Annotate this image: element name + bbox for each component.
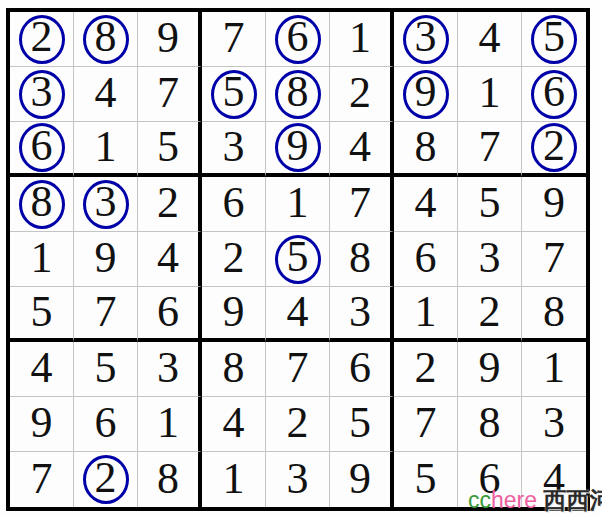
cell-r6c7[interactable]: 1 — [394, 287, 458, 342]
circled-digit: 9 — [403, 70, 449, 119]
digit: 3 — [157, 346, 179, 392]
cell-r5c9[interactable]: 7 — [522, 232, 586, 287]
digit: 7 — [287, 346, 309, 392]
digit: 6 — [95, 401, 117, 447]
digit: 7 — [31, 457, 53, 503]
digit: 7 — [223, 16, 245, 62]
digit: 7 — [543, 236, 565, 282]
cell-r5c1[interactable]: 1 — [10, 232, 74, 287]
cell-r2c4[interactable]: 5 — [202, 67, 266, 122]
cell-r1c7[interactable]: 3 — [394, 12, 458, 67]
digit: 2 — [287, 401, 309, 447]
watermark-cjk: 西西河 — [537, 487, 602, 513]
digit: 7 — [157, 71, 179, 117]
digit: 4 — [349, 125, 371, 171]
watermark-here: here — [491, 487, 537, 513]
cell-r1c2[interactable]: 8 — [74, 12, 138, 67]
cell-r4c9[interactable]: 9 — [522, 177, 586, 232]
cell-r3c5[interactable]: 9 — [266, 122, 330, 177]
digit: 4 — [31, 346, 53, 392]
digit: 1 — [223, 457, 245, 503]
digit: 6 — [157, 290, 179, 336]
digit: 2 — [157, 181, 179, 227]
circled-digit: 3 — [19, 70, 65, 119]
digit: 4 — [95, 71, 117, 117]
watermark-cc: cc — [468, 487, 491, 513]
digit: 2 — [479, 290, 501, 336]
cell-r4c4[interactable]: 6 — [202, 177, 266, 232]
digit: 7 — [479, 125, 501, 171]
sudoku-board: 2897613453475829166153948728326174591942… — [6, 8, 590, 511]
cell-r5c5[interactable]: 5 — [266, 232, 330, 287]
digit: 9 — [349, 457, 371, 503]
cell-r1c1[interactable]: 2 — [10, 12, 74, 67]
digit: 3 — [543, 401, 565, 447]
circled-digit: 2 — [83, 455, 129, 504]
digit: 1 — [157, 401, 179, 447]
cell-r5c4[interactable]: 2 — [202, 232, 266, 287]
digit: 3 — [479, 236, 501, 282]
cell-r8c5[interactable]: 2 — [266, 397, 330, 452]
digit: 5 — [479, 181, 501, 227]
digit: 9 — [479, 346, 501, 392]
digit: 6 — [223, 181, 245, 227]
circled-digit: 5 — [531, 15, 577, 64]
cell-r8c7[interactable]: 7 — [394, 397, 458, 452]
cell-r1c8[interactable]: 4 — [458, 12, 522, 67]
cell-r2c1[interactable]: 3 — [10, 67, 74, 122]
digit: 8 — [349, 236, 371, 282]
cell-r3c7[interactable]: 8 — [394, 122, 458, 177]
circled-digit: 9 — [275, 123, 321, 172]
digit: 8 — [415, 125, 437, 171]
cell-r6c5[interactable]: 4 — [266, 287, 330, 342]
cell-r8c1[interactable]: 9 — [10, 397, 74, 452]
cell-r3c9[interactable]: 2 — [522, 122, 586, 177]
digit: 4 — [479, 16, 501, 62]
cell-r5c6[interactable]: 8 — [330, 232, 394, 287]
cell-r8c4[interactable]: 4 — [202, 397, 266, 452]
cell-r7c3[interactable]: 3 — [138, 342, 202, 397]
circled-digit: 6 — [19, 123, 65, 172]
cell-r7c8[interactable]: 9 — [458, 342, 522, 397]
digit: 5 — [415, 457, 437, 503]
digit: 4 — [157, 236, 179, 282]
digit: 9 — [95, 236, 117, 282]
cell-r7c5[interactable]: 7 — [266, 342, 330, 397]
cell-r1c9[interactable]: 5 — [522, 12, 586, 67]
circled-digit: 5 — [211, 70, 257, 119]
cell-r6c3[interactable]: 6 — [138, 287, 202, 342]
cell-r7c2[interactable]: 5 — [74, 342, 138, 397]
cell-r6c1[interactable]: 5 — [10, 287, 74, 342]
digit: 9 — [543, 181, 565, 227]
cell-r9c5[interactable]: 3 — [266, 452, 330, 507]
cell-r2c2[interactable]: 4 — [74, 67, 138, 122]
cell-r3c4[interactable]: 3 — [202, 122, 266, 177]
digit: 4 — [223, 401, 245, 447]
cell-r8c8[interactable]: 8 — [458, 397, 522, 452]
cell-r7c1[interactable]: 4 — [10, 342, 74, 397]
digit: 1 — [479, 71, 501, 117]
circled-digit: 5 — [275, 235, 321, 284]
cell-r3c8[interactable]: 7 — [458, 122, 522, 177]
digit: 1 — [287, 181, 309, 227]
circled-digit: 3 — [403, 15, 449, 64]
cell-r1c4[interactable]: 7 — [202, 12, 266, 67]
cell-r2c5[interactable]: 8 — [266, 67, 330, 122]
digit: 9 — [223, 290, 245, 336]
circled-digit: 8 — [83, 15, 129, 64]
cell-r4c7[interactable]: 4 — [394, 177, 458, 232]
digit: 2 — [349, 71, 371, 117]
cell-r9c1[interactable]: 7 — [10, 452, 74, 507]
cell-r8c9[interactable]: 3 — [522, 397, 586, 452]
cell-r7c6[interactable]: 6 — [330, 342, 394, 397]
cell-r2c7[interactable]: 9 — [394, 67, 458, 122]
cell-r4c6[interactable]: 7 — [330, 177, 394, 232]
cell-r1c3[interactable]: 9 — [138, 12, 202, 67]
digit: 8 — [157, 457, 179, 503]
digit: 1 — [543, 346, 565, 392]
cell-r9c2[interactable]: 2 — [74, 452, 138, 507]
digit: 6 — [415, 236, 437, 282]
digit: 2 — [415, 346, 437, 392]
cell-r6c9[interactable]: 8 — [522, 287, 586, 342]
circled-digit: 8 — [19, 180, 65, 229]
circled-digit: 6 — [531, 70, 577, 119]
digit: 8 — [479, 401, 501, 447]
digit: 7 — [95, 290, 117, 336]
digit: 1 — [31, 236, 53, 282]
cell-r5c2[interactable]: 9 — [74, 232, 138, 287]
cell-r7c7[interactable]: 2 — [394, 342, 458, 397]
cell-r7c4[interactable]: 8 — [202, 342, 266, 397]
cell-r4c5[interactable]: 1 — [266, 177, 330, 232]
cell-r2c9[interactable]: 6 — [522, 67, 586, 122]
cell-r6c4[interactable]: 9 — [202, 287, 266, 342]
cell-r3c2[interactable]: 1 — [74, 122, 138, 177]
digit: 9 — [31, 401, 53, 447]
cell-r5c7[interactable]: 6 — [394, 232, 458, 287]
cell-r4c8[interactable]: 5 — [458, 177, 522, 232]
cell-r9c3[interactable]: 8 — [138, 452, 202, 507]
cell-r3c6[interactable]: 4 — [330, 122, 394, 177]
cell-r8c2[interactable]: 6 — [74, 397, 138, 452]
circled-digit: 8 — [275, 70, 321, 119]
digit: 3 — [349, 290, 371, 336]
watermark: cchere 西西河 — [468, 488, 602, 513]
sudoku-page: 2897613453475829166153948728326174591942… — [0, 0, 602, 517]
circled-digit: 2 — [19, 15, 65, 64]
cell-r3c1[interactable]: 6 — [10, 122, 74, 177]
cell-r9c6[interactable]: 9 — [330, 452, 394, 507]
digit: 1 — [95, 125, 117, 171]
cell-r6c8[interactable]: 2 — [458, 287, 522, 342]
circled-digit: 3 — [83, 180, 129, 229]
cell-r2c6[interactable]: 2 — [330, 67, 394, 122]
digit: 9 — [157, 16, 179, 62]
digit: 8 — [543, 290, 565, 336]
digit: 5 — [31, 290, 53, 336]
digit: 6 — [349, 346, 371, 392]
digit: 8 — [223, 346, 245, 392]
cell-r1c6[interactable]: 1 — [330, 12, 394, 67]
digit: 1 — [415, 290, 437, 336]
cell-r8c3[interactable]: 1 — [138, 397, 202, 452]
digit: 5 — [349, 401, 371, 447]
digit: 7 — [415, 401, 437, 447]
circled-digit: 2 — [531, 123, 577, 172]
digit: 4 — [287, 290, 309, 336]
digit: 3 — [287, 457, 309, 503]
digit: 4 — [415, 181, 437, 227]
cell-r1c5[interactable]: 6 — [266, 12, 330, 67]
cell-r2c8[interactable]: 1 — [458, 67, 522, 122]
cell-r9c7[interactable]: 5 — [394, 452, 458, 507]
cell-r5c3[interactable]: 4 — [138, 232, 202, 287]
cell-r5c8[interactable]: 3 — [458, 232, 522, 287]
digit: 5 — [95, 346, 117, 392]
cell-r2c3[interactable]: 7 — [138, 67, 202, 122]
cell-r9c4[interactable]: 1 — [202, 452, 266, 507]
cell-r4c1[interactable]: 8 — [10, 177, 74, 232]
cell-r6c6[interactable]: 3 — [330, 287, 394, 342]
digit: 7 — [349, 181, 371, 227]
cell-r3c3[interactable]: 5 — [138, 122, 202, 177]
digit: 3 — [223, 125, 245, 171]
digit: 5 — [157, 125, 179, 171]
cell-r4c2[interactable]: 3 — [74, 177, 138, 232]
cell-r8c6[interactable]: 5 — [330, 397, 394, 452]
digit: 1 — [349, 16, 371, 62]
digit: 2 — [223, 236, 245, 282]
cell-r7c9[interactable]: 1 — [522, 342, 586, 397]
circled-digit: 6 — [275, 15, 321, 64]
cell-r6c2[interactable]: 7 — [74, 287, 138, 342]
cell-r4c3[interactable]: 2 — [138, 177, 202, 232]
